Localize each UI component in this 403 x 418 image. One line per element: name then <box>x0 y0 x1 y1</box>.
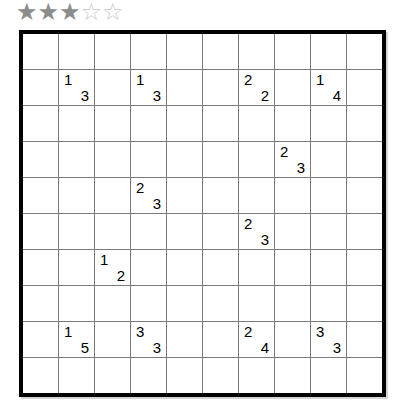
clue-cell-r9c9: 33 <box>311 322 346 357</box>
cell-r2c1[interactable] <box>23 70 58 105</box>
cell-r7c9[interactable] <box>311 250 346 285</box>
cell-r2c5[interactable] <box>167 70 202 105</box>
cell-r5c5[interactable] <box>167 178 202 213</box>
cell-r3c9[interactable] <box>311 106 346 141</box>
clue-number-top-left: 1 <box>64 72 72 87</box>
clue-cell-r9c2: 15 <box>59 322 94 357</box>
cell-r4c5[interactable] <box>167 142 202 177</box>
cell-r7c6[interactable] <box>203 250 238 285</box>
cell-r8c4[interactable] <box>131 286 166 321</box>
cell-r8c9[interactable] <box>311 286 346 321</box>
cell-r10c6[interactable] <box>203 358 238 393</box>
cell-r4c9[interactable] <box>311 142 346 177</box>
clue-number-bottom-right: 4 <box>333 88 341 103</box>
clue-number-top-left: 2 <box>244 324 252 339</box>
cell-r3c2[interactable] <box>59 106 94 141</box>
clue-number-top-left: 2 <box>280 144 288 159</box>
cell-r3c1[interactable] <box>23 106 58 141</box>
cell-r8c8[interactable] <box>275 286 310 321</box>
cell-r3c4[interactable] <box>131 106 166 141</box>
clue-number-bottom-right: 3 <box>153 340 161 355</box>
cell-r5c8[interactable] <box>275 178 310 213</box>
cell-r6c6[interactable] <box>203 214 238 249</box>
clue-cell-r5c4: 23 <box>131 178 166 213</box>
cell-r6c4[interactable] <box>131 214 166 249</box>
cell-r5c1[interactable] <box>23 178 58 213</box>
cell-r8c1[interactable] <box>23 286 58 321</box>
clue-number-top-left: 1 <box>100 252 108 267</box>
cell-r2c6[interactable] <box>203 70 238 105</box>
cell-r10c9[interactable] <box>311 358 346 393</box>
clue-cell-r2c9: 14 <box>311 70 346 105</box>
clue-number-bottom-right: 2 <box>261 88 269 103</box>
cell-r10c3[interactable] <box>95 358 130 393</box>
clue-number-top-left: 3 <box>136 324 144 339</box>
cell-r5c3[interactable] <box>95 178 130 213</box>
cell-r6c9[interactable] <box>311 214 346 249</box>
cell-r3c6[interactable] <box>203 106 238 141</box>
clue-cell-r9c7: 24 <box>239 322 274 357</box>
star-icon-filled: ★ <box>15 0 37 27</box>
clue-number-bottom-right: 3 <box>153 88 161 103</box>
clue-number-bottom-right: 3 <box>333 340 341 355</box>
cell-r8c5[interactable] <box>167 286 202 321</box>
star-icon-filled: ★ <box>37 0 59 27</box>
cell-r4c1[interactable] <box>23 142 58 177</box>
cell-r1c5[interactable] <box>167 34 202 69</box>
cell-r2c3[interactable] <box>95 70 130 105</box>
tapa-board: 131322142323231215332433 <box>19 30 386 397</box>
cell-r1c9[interactable] <box>311 34 346 69</box>
clue-number-bottom-right: 3 <box>81 88 89 103</box>
clue-cell-r2c7: 22 <box>239 70 274 105</box>
clue-number-bottom-right: 3 <box>261 232 269 247</box>
cell-r7c4[interactable] <box>131 250 166 285</box>
cell-r7c2[interactable] <box>59 250 94 285</box>
cell-r3c5[interactable] <box>167 106 202 141</box>
clue-number-top-left: 1 <box>64 324 72 339</box>
cell-r4c6[interactable] <box>203 142 238 177</box>
cell-r5c6[interactable] <box>203 178 238 213</box>
clue-number-top-left: 2 <box>244 72 252 87</box>
cell-r6c2[interactable] <box>59 214 94 249</box>
cell-r6c10[interactable] <box>347 214 382 249</box>
cell-r1c6[interactable] <box>203 34 238 69</box>
cell-r4c3[interactable] <box>95 142 130 177</box>
cell-r1c7[interactable] <box>239 34 274 69</box>
cell-r10c10[interactable] <box>347 358 382 393</box>
cell-r9c1[interactable] <box>23 322 58 357</box>
cell-r7c5[interactable] <box>167 250 202 285</box>
cell-r5c7[interactable] <box>239 178 274 213</box>
cell-r4c7[interactable] <box>239 142 274 177</box>
clue-cell-r4c8: 23 <box>275 142 310 177</box>
clue-number-top-left: 1 <box>316 72 324 87</box>
cell-r2c10[interactable] <box>347 70 382 105</box>
cell-r10c1[interactable] <box>23 358 58 393</box>
star-icon-filled: ★ <box>58 0 80 27</box>
star-icon-empty: ☆ <box>80 0 102 27</box>
cell-r5c10[interactable] <box>347 178 382 213</box>
cell-r6c1[interactable] <box>23 214 58 249</box>
cell-r6c8[interactable] <box>275 214 310 249</box>
cell-r3c10[interactable] <box>347 106 382 141</box>
cell-r1c2[interactable] <box>59 34 94 69</box>
cell-r10c7[interactable] <box>239 358 274 393</box>
clue-cell-r6c7: 23 <box>239 214 274 249</box>
star-icon-empty: ☆ <box>101 0 123 27</box>
cell-r8c10[interactable] <box>347 286 382 321</box>
clue-number-top-left: 1 <box>136 72 144 87</box>
cell-r10c2[interactable] <box>59 358 94 393</box>
cell-r8c7[interactable] <box>239 286 274 321</box>
cell-r10c8[interactable] <box>275 358 310 393</box>
cell-r9c8[interactable] <box>275 322 310 357</box>
clue-number-top-left: 2 <box>136 180 144 195</box>
clue-number-bottom-right: 3 <box>297 160 305 175</box>
cell-r6c5[interactable] <box>167 214 202 249</box>
clue-cell-r2c2: 13 <box>59 70 94 105</box>
cell-r8c3[interactable] <box>95 286 130 321</box>
cell-r4c2[interactable] <box>59 142 94 177</box>
cell-r7c10[interactable] <box>347 250 382 285</box>
cell-r5c2[interactable] <box>59 178 94 213</box>
cell-r4c10[interactable] <box>347 142 382 177</box>
clue-number-top-left: 2 <box>244 216 252 231</box>
cell-r3c3[interactable] <box>95 106 130 141</box>
cell-r10c5[interactable] <box>167 358 202 393</box>
clue-number-bottom-right: 5 <box>81 340 89 355</box>
cell-r5c9[interactable] <box>311 178 346 213</box>
clue-number-bottom-right: 3 <box>153 196 161 211</box>
cell-r7c1[interactable] <box>23 250 58 285</box>
clue-number-bottom-right: 4 <box>261 340 269 355</box>
clue-number-top-left: 3 <box>316 324 324 339</box>
cell-r7c8[interactable] <box>275 250 310 285</box>
cell-r10c4[interactable] <box>131 358 166 393</box>
cell-r7c7[interactable] <box>239 250 274 285</box>
cell-r4c4[interactable] <box>131 142 166 177</box>
cell-r9c10[interactable] <box>347 322 382 357</box>
cell-r1c3[interactable] <box>95 34 130 69</box>
cell-r1c4[interactable] <box>131 34 166 69</box>
cell-r8c2[interactable] <box>59 286 94 321</box>
difficulty-rating: ★★★☆☆ <box>15 0 123 27</box>
cell-r9c5[interactable] <box>167 322 202 357</box>
clue-cell-r2c4: 13 <box>131 70 166 105</box>
cell-r3c7[interactable] <box>239 106 274 141</box>
cell-r1c8[interactable] <box>275 34 310 69</box>
cell-r1c10[interactable] <box>347 34 382 69</box>
cell-r8c6[interactable] <box>203 286 238 321</box>
cell-r2c8[interactable] <box>275 70 310 105</box>
cell-r1c1[interactable] <box>23 34 58 69</box>
cell-r3c8[interactable] <box>275 106 310 141</box>
cell-r9c6[interactable] <box>203 322 238 357</box>
clue-cell-r9c4: 33 <box>131 322 166 357</box>
cell-r9c3[interactable] <box>95 322 130 357</box>
cell-r6c3[interactable] <box>95 214 130 249</box>
clue-cell-r7c3: 12 <box>95 250 130 285</box>
clue-number-bottom-right: 2 <box>117 268 125 283</box>
